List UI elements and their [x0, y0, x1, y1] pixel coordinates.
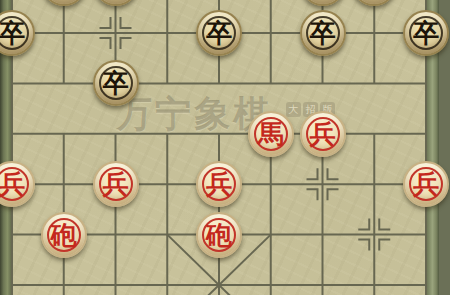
piece-red-砲[interactable]: 砲 [196, 212, 242, 258]
piece-glyph: 卒 [413, 20, 439, 46]
piece-red-兵[interactable]: 兵 [300, 111, 346, 157]
piece-glyph: 馬 [258, 121, 284, 147]
piece-glyph: 兵 [413, 171, 439, 197]
piece-glyph: 卒 [206, 20, 232, 46]
piece-glyph: 卒 [103, 70, 129, 96]
piece-glyph: 砲 [206, 222, 232, 248]
piece-red-兵[interactable]: 兵 [403, 161, 449, 207]
piece-black-卒[interactable]: 卒 [300, 10, 346, 56]
piece-red-砲[interactable]: 砲 [41, 212, 87, 258]
piece-red-兵[interactable]: 兵 [93, 161, 139, 207]
piece-black-卒[interactable]: 卒 [403, 10, 449, 56]
piece-black-卒[interactable]: 卒 [93, 60, 139, 106]
piece-glyph: 卒 [310, 20, 336, 46]
edition-char: 大 [286, 102, 301, 117]
piece-red-馬[interactable]: 馬 [248, 111, 294, 157]
xiangqi-board[interactable]: 万宁象棋 大招版 卒 卒 卒 卒 卒 馬 [0, 0, 450, 295]
piece-glyph: 兵 [0, 171, 25, 197]
piece-glyph: 卒 [0, 20, 25, 46]
piece-glyph: 兵 [310, 121, 336, 147]
piece-glyph: 兵 [103, 171, 129, 197]
piece-red-兵[interactable]: 兵 [196, 161, 242, 207]
piece-glyph: 兵 [206, 171, 232, 197]
piece-black-卒[interactable]: 卒 [196, 10, 242, 56]
piece-glyph: 砲 [51, 222, 77, 248]
